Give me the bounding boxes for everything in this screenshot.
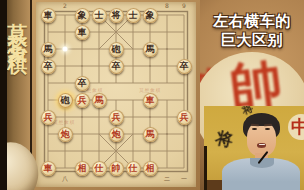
piece-black-horse[interactable]: 馬 — [143, 42, 158, 57]
piece-black-horse[interactable]: 馬 — [41, 42, 56, 57]
piece-red-horse[interactable]: 馬 — [143, 127, 158, 142]
piece-red-soldier[interactable]: 兵 — [109, 110, 124, 125]
piece-black-soldier[interactable]: 卒 — [75, 76, 90, 91]
channel-name-vertical: 莫愁象棋 — [5, 6, 32, 156]
board-watermark: 莫愁象棋 — [53, 119, 75, 125]
piece-red-soldier[interactable]: 兵 — [177, 110, 192, 125]
piece-black-elephant[interactable]: 象 — [75, 8, 90, 23]
video-title-line2: 巨大区别 — [200, 31, 304, 50]
right-panel: 帥 帥 左右横车的 巨大区别 将 将 中 — [200, 0, 304, 190]
last-move-origin-marker — [63, 47, 68, 52]
piece-red-cannon[interactable]: 炮 — [109, 127, 124, 142]
piece-red-soldier[interactable]: 兵 — [41, 110, 56, 125]
file-label-top: 8 — [165, 3, 169, 9]
file-label-top: 9 — [182, 3, 186, 9]
piece-black-cannon[interactable]: 砲 — [109, 42, 124, 57]
piece-red-elephant[interactable]: 相 — [75, 161, 90, 176]
presenter — [204, 106, 304, 190]
piece-black-elephant[interactable]: 象 — [143, 8, 158, 23]
piece-red-advisor[interactable]: 仕 — [126, 161, 141, 176]
piece-black-chariot[interactable]: 車 — [75, 25, 90, 40]
xiangqi-board[interactable]: 289八二一 莫愁象棋莫愁象棋莫愁象棋 車象士将士象車馬砲馬卒卒卒卒砲兵馬車兵兵… — [30, 0, 200, 190]
piece-red-soldier[interactable]: 兵 — [75, 93, 90, 108]
video-title: 左右横车的 巨大区别 — [200, 12, 304, 50]
piece-black-advisor[interactable]: 士 — [126, 8, 141, 23]
piece-black-cannon[interactable]: 砲 — [58, 93, 73, 108]
piece-black-soldier[interactable]: 卒 — [41, 59, 56, 74]
file-label-bottom: 八 — [62, 176, 68, 182]
piece-red-general[interactable]: 帥 — [109, 161, 124, 176]
piece-red-elephant[interactable]: 相 — [143, 161, 158, 176]
presenter-webcam: 将 将 中 — [204, 106, 304, 190]
file-label-bottom: 一 — [181, 176, 187, 182]
thumbnail-stage: 莫愁象棋 289八二一 莫愁象棋莫愁象棋莫愁象棋 車象士将士象車馬砲馬卒卒卒卒砲… — [0, 0, 304, 190]
piece-black-soldier[interactable]: 卒 — [109, 59, 124, 74]
piece-black-advisor[interactable]: 士 — [92, 8, 107, 23]
piece-red-chariot[interactable]: 車 — [143, 93, 158, 108]
piece-black-chariot[interactable]: 車 — [41, 8, 56, 23]
piece-black-general[interactable]: 将 — [109, 8, 124, 23]
presenter-face — [247, 121, 276, 156]
piece-black-soldier[interactable]: 卒 — [177, 59, 192, 74]
file-label-top: 2 — [63, 3, 67, 9]
video-title-line1: 左右横车的 — [200, 12, 304, 31]
piece-red-advisor[interactable]: 仕 — [92, 161, 107, 176]
left-dark-bar — [0, 0, 7, 190]
file-label-bottom: 二 — [164, 176, 170, 182]
piece-red-chariot[interactable]: 車 — [41, 161, 56, 176]
piece-red-horse[interactable]: 馬 — [92, 93, 107, 108]
piece-red-cannon[interactable]: 炮 — [58, 127, 73, 142]
